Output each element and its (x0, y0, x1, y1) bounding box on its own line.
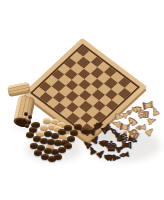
chess-piece-light: ♟ (150, 106, 162, 118)
chess-piece-dark: ♝ (118, 149, 132, 162)
product-photo: ♜♞♝♟♛♟♞♜♝♟♚♟♟♟♞♟♜♝♛♟♞♚♟♜♝♟♟♞♟♝♟ (0, 0, 164, 200)
chess-pieces-pile: ♜♞♝♟♛♟♞♜♝♟♚♟♟♟♞♟♜♝♛♟♞♚♟♜♝♟♟♞♟♝♟ (0, 0, 164, 200)
